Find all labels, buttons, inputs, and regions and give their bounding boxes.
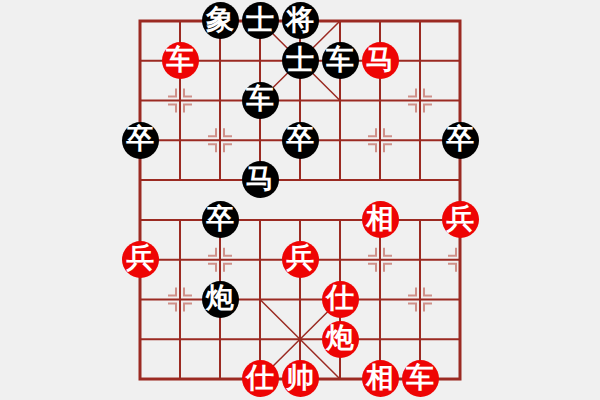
piece-black-cannon[interactable]: 炮 [202,281,239,318]
piece-black-soldier[interactable]: 卒 [442,122,479,159]
piece-black-horse[interactable]: 马 [242,161,279,198]
piece-black-advisor[interactable]: 士 [282,42,319,79]
piece-glyph: 卒 [286,125,314,153]
piece-black-chariot[interactable]: 车 [242,82,279,119]
piece-glyph: 卒 [446,125,474,153]
piece-glyph: 炮 [326,324,354,352]
piece-black-advisor[interactable]: 士 [242,2,279,39]
piece-glyph: 象 [206,6,234,34]
piece-black-soldier[interactable]: 卒 [202,201,239,238]
piece-red-general[interactable]: 帅 [282,360,319,397]
piece-red-chariot[interactable]: 车 [402,360,439,397]
piece-red-chariot[interactable]: 车 [162,42,199,79]
piece-black-soldier[interactable]: 卒 [282,122,319,159]
piece-red-elephant[interactable]: 相 [362,360,399,397]
piece-glyph: 车 [166,46,194,74]
piece-red-soldier[interactable]: 兵 [282,241,319,278]
piece-glyph: 炮 [206,284,234,312]
piece-glyph: 马 [246,165,274,193]
piece-glyph: 仕 [326,284,354,312]
piece-red-advisor[interactable]: 仕 [322,281,359,318]
piece-red-horse[interactable]: 马 [362,42,399,79]
piece-red-advisor[interactable]: 仕 [242,360,279,397]
piece-glyph: 车 [326,46,354,74]
piece-glyph: 车 [246,85,274,113]
piece-glyph: 士 [286,46,314,74]
piece-glyph: 将 [286,6,314,34]
piece-glyph: 兵 [286,244,314,272]
piece-glyph: 士 [246,6,274,34]
piece-glyph: 相 [366,364,394,392]
piece-glyph: 相 [366,205,394,233]
piece-glyph: 马 [366,46,394,74]
piece-red-cannon[interactable]: 炮 [322,321,359,358]
piece-glyph: 卒 [206,205,234,233]
piece-glyph: 兵 [126,244,154,272]
piece-glyph: 仕 [246,364,274,392]
piece-red-soldier[interactable]: 兵 [442,201,479,238]
piece-red-soldier[interactable]: 兵 [122,241,159,278]
piece-black-chariot[interactable]: 车 [322,42,359,79]
piece-grid: 象士将车士车马车卒卒卒马卒相兵兵兵炮仕炮仕帅相车 [120,1,480,399]
piece-glyph: 兵 [446,205,474,233]
piece-black-elephant[interactable]: 象 [202,2,239,39]
piece-glyph: 车 [406,364,434,392]
piece-black-soldier[interactable]: 卒 [122,122,159,159]
piece-glyph: 帅 [286,364,314,392]
xiangqi-board: 象士将车士车马车卒卒卒马卒相兵兵兵炮仕炮仕帅相车 [0,0,600,400]
piece-glyph: 卒 [126,125,154,153]
piece-black-general[interactable]: 将 [282,2,319,39]
piece-red-elephant[interactable]: 相 [362,201,399,238]
